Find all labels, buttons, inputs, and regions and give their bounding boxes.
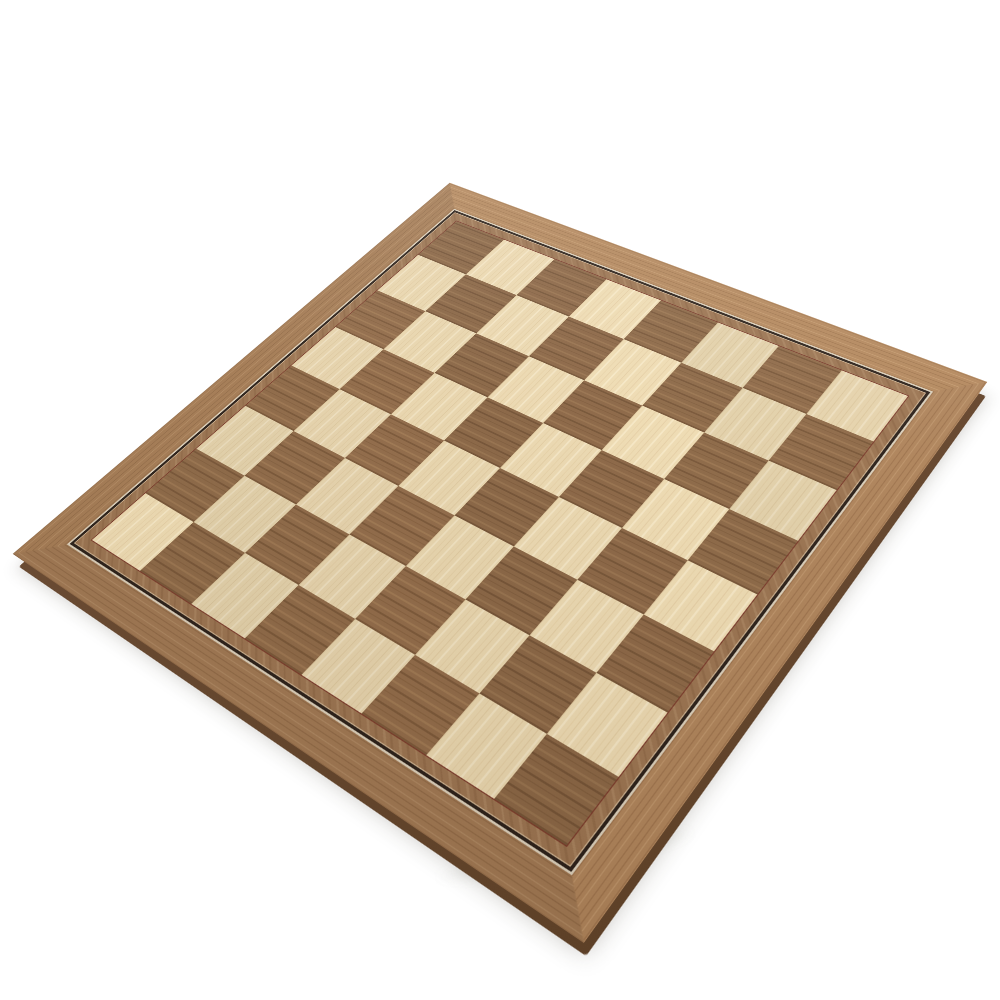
square-h2 (547, 672, 668, 776)
photo-stage (0, 0, 1000, 1000)
square-e4 (454, 468, 559, 547)
square-g6 (664, 432, 769, 509)
board-frame-bottom (13, 528, 614, 943)
square-d1 (245, 585, 356, 675)
square-h3 (597, 615, 714, 713)
square-d3 (350, 486, 455, 566)
perspective-wrapper (95, 63, 906, 874)
board-top-face (13, 183, 988, 944)
square-f5 (559, 450, 664, 528)
square-f1 (362, 655, 479, 755)
square-g1 (426, 693, 547, 799)
square-d2 (299, 534, 407, 619)
square-c2 (245, 504, 350, 585)
square-e2 (355, 566, 466, 655)
square-h5 (687, 509, 798, 595)
chess-board (13, 183, 988, 944)
square-c1 (191, 552, 299, 638)
square-g5 (622, 479, 730, 561)
square-f2 (415, 599, 529, 693)
square-g4 (577, 528, 688, 615)
square-f4 (514, 497, 622, 580)
square-e1 (302, 619, 416, 714)
square-g2 (479, 635, 596, 734)
square-h6 (729, 460, 837, 541)
square-g3 (529, 580, 643, 673)
square-h1 (494, 734, 619, 846)
square-f3 (466, 547, 577, 635)
square-h4 (643, 560, 757, 651)
board-frame-right (542, 368, 987, 943)
square-e3 (406, 516, 514, 600)
square-h7 (769, 414, 874, 490)
square-b1 (140, 522, 245, 604)
